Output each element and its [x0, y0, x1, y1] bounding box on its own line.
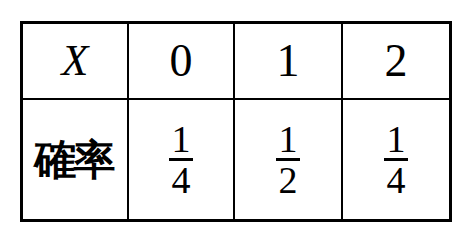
fraction-numerator: 1	[279, 122, 298, 156]
cell-x-value-1: 1	[235, 24, 343, 100]
cell-x-value-2: 2	[343, 24, 449, 100]
fraction-probability-1: 1 2	[276, 122, 300, 197]
fraction-probability-2: 1 4	[384, 122, 408, 197]
probability-table: X 0 1 2 確率 1 4 1 2 1 4	[20, 21, 452, 222]
cell-probability-0: 1 4	[129, 100, 235, 219]
fraction-numerator: 1	[172, 122, 191, 156]
variable-label: X	[62, 39, 89, 83]
x-value-2: 2	[385, 38, 408, 84]
fraction-numerator: 1	[387, 122, 406, 156]
fraction-denominator: 2	[279, 163, 298, 197]
fraction-denominator: 4	[172, 163, 191, 197]
probability-label: 確率	[38, 139, 113, 181]
cell-probability-header: 確率	[23, 100, 129, 219]
fraction-denominator: 4	[387, 163, 406, 197]
cell-x-value-0: 0	[129, 24, 235, 100]
cell-probability-2: 1 4	[343, 100, 449, 219]
cell-variable-header: X	[23, 24, 129, 100]
cell-probability-1: 1 2	[235, 100, 343, 219]
x-value-1: 1	[277, 38, 300, 84]
x-value-0: 0	[170, 38, 193, 84]
fraction-probability-0: 1 4	[169, 122, 193, 197]
